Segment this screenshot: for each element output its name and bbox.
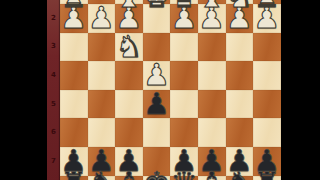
square-a5[interactable] — [253, 90, 281, 119]
letterbox-right — [281, 0, 320, 180]
square-b7[interactable]: ♟ — [226, 147, 254, 176]
board-rank-labels: 12345678 — [47, 0, 60, 180]
square-b2[interactable]: ♟ — [226, 4, 254, 33]
square-a3[interactable] — [253, 33, 281, 62]
square-a8[interactable]: ♜ — [253, 176, 281, 180]
piece-black-pawn-b7: ♟ — [226, 147, 253, 176]
piece-white-knight-f3: ♞ — [116, 33, 143, 62]
square-f6[interactable] — [115, 118, 143, 147]
square-b5[interactable] — [226, 90, 254, 119]
square-c2[interactable]: ♟ — [198, 4, 226, 33]
piece-white-pawn-d2: ♟ — [171, 4, 198, 33]
square-e5[interactable]: ♟ — [143, 90, 171, 119]
square-e8[interactable]: ♚ — [143, 176, 171, 180]
square-g3[interactable] — [88, 33, 116, 62]
square-b4[interactable] — [226, 61, 254, 90]
square-e2[interactable] — [143, 4, 171, 33]
square-d8[interactable]: ♛ — [170, 176, 198, 180]
square-g2[interactable]: ♟ — [88, 4, 116, 33]
square-f4[interactable] — [115, 61, 143, 90]
square-h4[interactable] — [60, 61, 88, 90]
square-h7[interactable]: ♟ — [60, 147, 88, 176]
rank-label-3: 3 — [47, 33, 60, 62]
square-g5[interactable] — [88, 90, 116, 119]
square-c6[interactable] — [198, 118, 226, 147]
square-f5[interactable] — [115, 90, 143, 119]
rank-label-2: 2 — [47, 4, 60, 33]
square-f7[interactable]: ♟ — [115, 147, 143, 176]
rank-label-7: 7 — [47, 147, 60, 176]
square-c8[interactable]: ♝ — [198, 176, 226, 180]
square-d6[interactable] — [170, 118, 198, 147]
square-e3[interactable] — [143, 33, 171, 62]
square-a6[interactable] — [253, 118, 281, 147]
square-h2[interactable]: ♟ — [60, 4, 88, 33]
square-f2[interactable]: ♟ — [115, 4, 143, 33]
square-g7[interactable]: ♟ — [88, 147, 116, 176]
piece-black-pawn-e5: ♟ — [143, 90, 170, 119]
piece-black-pawn-f7: ♟ — [116, 147, 143, 176]
square-e4[interactable]: ♟ — [143, 61, 171, 90]
video-frame: ♜♝♚♛♝♞♜♟♟♟♟♟♟♟♞♟♟♟♟♟♟♟♟♟♜♞♝♚♛♝♞♜ 1234567… — [0, 0, 320, 180]
piece-black-pawn-c7: ♟ — [198, 147, 225, 176]
piece-black-pawn-h7: ♟ — [60, 147, 87, 176]
letterbox-left — [0, 0, 47, 180]
square-h6[interactable] — [60, 118, 88, 147]
square-c5[interactable] — [198, 90, 226, 119]
piece-white-pawn-h2: ♟ — [60, 4, 87, 33]
square-f3[interactable]: ♞ — [115, 33, 143, 62]
square-c4[interactable] — [198, 61, 226, 90]
square-c3[interactable] — [198, 33, 226, 62]
square-g6[interactable] — [88, 118, 116, 147]
square-h3[interactable] — [60, 33, 88, 62]
piece-black-pawn-a7: ♟ — [254, 147, 281, 176]
piece-black-pawn-g7: ♟ — [88, 147, 115, 176]
square-h8[interactable]: ♜ — [60, 176, 88, 180]
square-e6[interactable] — [143, 118, 171, 147]
square-b8[interactable]: ♞ — [226, 176, 254, 180]
piece-white-pawn-g2: ♟ — [88, 4, 115, 33]
square-d2[interactable]: ♟ — [170, 4, 198, 33]
rank-label-8: 8 — [47, 176, 60, 180]
piece-white-pawn-a2: ♟ — [254, 4, 281, 33]
rank-label-5: 5 — [47, 90, 60, 119]
square-d5[interactable] — [170, 90, 198, 119]
square-d7[interactable]: ♟ — [170, 147, 198, 176]
rank-label-4: 4 — [47, 61, 60, 90]
piece-white-pawn-f2: ♟ — [116, 4, 143, 33]
chess-board: ♜♝♚♛♝♞♜♟♟♟♟♟♟♟♞♟♟♟♟♟♟♟♟♟♜♞♝♚♛♝♞♜ — [60, 0, 281, 180]
square-b6[interactable] — [226, 118, 254, 147]
piece-white-pawn-e4: ♟ — [143, 61, 170, 90]
square-f8[interactable]: ♝ — [115, 176, 143, 180]
square-g4[interactable] — [88, 61, 116, 90]
square-g8[interactable]: ♞ — [88, 176, 116, 180]
piece-white-pawn-b2: ♟ — [226, 4, 253, 33]
piece-white-pawn-c2: ♟ — [198, 4, 225, 33]
square-b3[interactable] — [226, 33, 254, 62]
square-a2[interactable]: ♟ — [253, 4, 281, 33]
square-a4[interactable] — [253, 61, 281, 90]
square-c7[interactable]: ♟ — [198, 147, 226, 176]
rank-label-6: 6 — [47, 118, 60, 147]
square-d4[interactable] — [170, 61, 198, 90]
square-d3[interactable] — [170, 33, 198, 62]
square-h5[interactable] — [60, 90, 88, 119]
square-e7[interactable] — [143, 147, 171, 176]
square-a7[interactable]: ♟ — [253, 147, 281, 176]
piece-black-pawn-d7: ♟ — [171, 147, 198, 176]
